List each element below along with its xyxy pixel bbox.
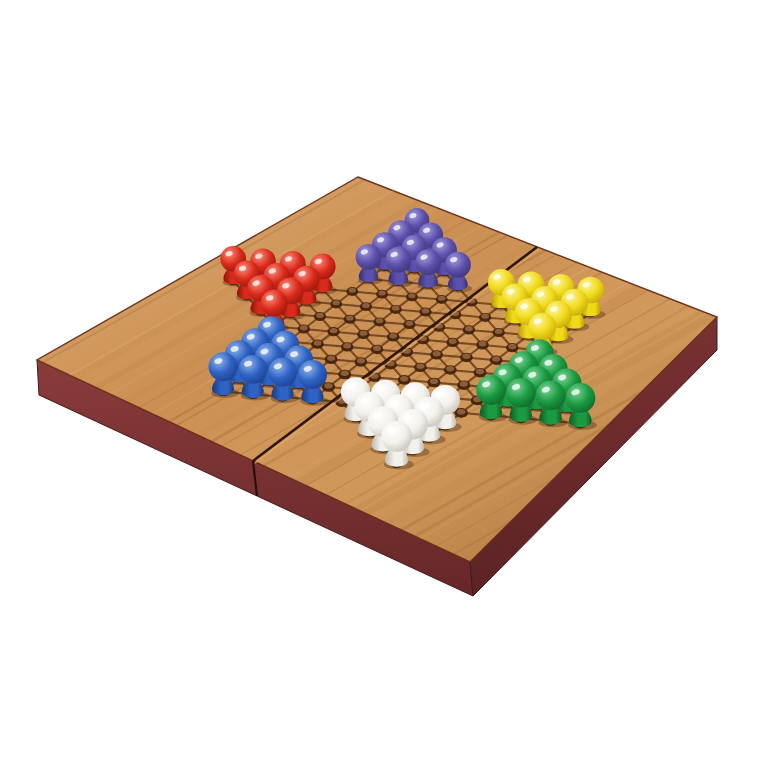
hole-empty[interactable] xyxy=(322,382,335,392)
hole-empty[interactable] xyxy=(430,350,443,359)
peg-purple[interactable] xyxy=(445,252,472,293)
peg-blue[interactable] xyxy=(298,360,329,406)
peg-white[interactable] xyxy=(381,421,414,470)
hole-empty[interactable] xyxy=(311,340,324,349)
hole-empty[interactable] xyxy=(474,368,487,378)
hole-empty[interactable] xyxy=(398,375,411,385)
hole-empty[interactable] xyxy=(355,357,368,366)
hole-empty[interactable] xyxy=(403,320,415,329)
hole-empty[interactable] xyxy=(414,363,427,372)
hole-empty[interactable] xyxy=(463,325,475,334)
peg-blue[interactable] xyxy=(209,352,239,398)
hole-empty[interactable] xyxy=(390,305,402,314)
peg-blue[interactable] xyxy=(268,357,299,403)
peg-green[interactable] xyxy=(536,381,567,428)
peg-blue[interactable] xyxy=(238,355,269,401)
peg-purple[interactable] xyxy=(356,244,383,285)
hole-empty[interactable] xyxy=(506,343,519,352)
hole-empty[interactable] xyxy=(406,293,418,302)
hole-empty[interactable] xyxy=(476,340,489,349)
hole-empty[interactable] xyxy=(371,345,384,354)
hole-empty[interactable] xyxy=(479,313,491,322)
hole-empty[interactable] xyxy=(327,327,339,336)
peg-purple[interactable] xyxy=(415,249,442,290)
hole-empty[interactable] xyxy=(344,315,356,324)
hole-empty[interactable] xyxy=(493,328,505,337)
hole-empty[interactable] xyxy=(387,332,400,341)
hole-empty[interactable] xyxy=(338,370,351,380)
hole-empty[interactable] xyxy=(444,365,457,374)
hole-empty[interactable] xyxy=(419,308,431,317)
hole-empty[interactable] xyxy=(457,380,470,390)
chinese-checkers-board-photo xyxy=(0,0,767,767)
hole-empty[interactable] xyxy=(360,302,372,311)
hole-empty[interactable] xyxy=(346,287,358,296)
hole-empty[interactable] xyxy=(298,324,310,333)
hole-empty[interactable] xyxy=(436,295,448,304)
hole-empty[interactable] xyxy=(314,312,326,321)
hole-empty[interactable] xyxy=(428,378,441,388)
hole-empty[interactable] xyxy=(373,317,385,326)
peg-purple[interactable] xyxy=(385,247,412,288)
peg-green[interactable] xyxy=(506,378,537,425)
hole-empty[interactable] xyxy=(357,330,369,339)
hole-empty[interactable] xyxy=(446,338,459,347)
peg-green[interactable] xyxy=(476,375,507,422)
hole-empty[interactable] xyxy=(341,342,354,351)
hole-empty[interactable] xyxy=(455,408,468,418)
hole-empty[interactable] xyxy=(376,290,388,299)
peg-green[interactable] xyxy=(566,383,597,430)
hole-empty[interactable] xyxy=(490,356,503,365)
hole-empty[interactable] xyxy=(330,300,342,309)
board-scene xyxy=(0,0,767,767)
hole-empty[interactable] xyxy=(460,353,473,362)
hole-empty[interactable] xyxy=(325,355,338,364)
